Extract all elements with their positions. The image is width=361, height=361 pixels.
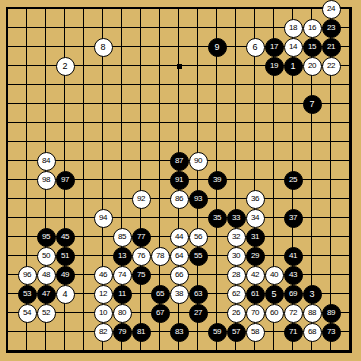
- stone-81[interactable]: 81: [132, 323, 151, 342]
- stone-37[interactable]: 37: [284, 209, 303, 228]
- stone-78[interactable]: 78: [151, 247, 170, 266]
- stone-9[interactable]: 9: [208, 38, 227, 57]
- stone-12[interactable]: 12: [94, 285, 113, 304]
- stone-27[interactable]: 27: [189, 304, 208, 323]
- stone-26[interactable]: 26: [227, 304, 246, 323]
- stone-14[interactable]: 14: [284, 38, 303, 57]
- stone-56[interactable]: 56: [189, 228, 208, 247]
- stone-71[interactable]: 71: [284, 323, 303, 342]
- stone-62[interactable]: 62: [227, 285, 246, 304]
- stone-22[interactable]: 22: [322, 57, 341, 76]
- stone-90[interactable]: 90: [189, 152, 208, 171]
- stone-94[interactable]: 94: [94, 209, 113, 228]
- stone-54[interactable]: 54: [18, 304, 37, 323]
- stone-55[interactable]: 55: [189, 247, 208, 266]
- stone-47[interactable]: 47: [37, 285, 56, 304]
- stone-67[interactable]: 67: [151, 304, 170, 323]
- stone-6[interactable]: 6: [246, 38, 265, 57]
- stone-32[interactable]: 32: [227, 228, 246, 247]
- stone-34[interactable]: 34: [246, 209, 265, 228]
- stone-17[interactable]: 17: [265, 38, 284, 57]
- stone-41[interactable]: 41: [284, 247, 303, 266]
- stone-63[interactable]: 63: [189, 285, 208, 304]
- stone-97[interactable]: 97: [56, 171, 75, 190]
- stone-84[interactable]: 84: [37, 152, 56, 171]
- stone-8[interactable]: 8: [94, 38, 113, 57]
- stone-53[interactable]: 53: [18, 285, 37, 304]
- stone-83[interactable]: 83: [170, 323, 189, 342]
- stone-30[interactable]: 30: [227, 247, 246, 266]
- stone-25[interactable]: 25: [284, 171, 303, 190]
- stone-79[interactable]: 79: [113, 323, 132, 342]
- stone-48[interactable]: 48: [37, 266, 56, 285]
- stone-35[interactable]: 35: [208, 209, 227, 228]
- stone-70[interactable]: 70: [246, 304, 265, 323]
- stone-4[interactable]: 4: [56, 285, 75, 304]
- stone-69[interactable]: 69: [284, 285, 303, 304]
- stone-23[interactable]: 23: [322, 19, 341, 38]
- stone-1[interactable]: 1: [284, 57, 303, 76]
- stone-38[interactable]: 38: [170, 285, 189, 304]
- stone-93[interactable]: 93: [189, 190, 208, 209]
- stone-59[interactable]: 59: [208, 323, 227, 342]
- stone-52[interactable]: 52: [37, 304, 56, 323]
- stone-46[interactable]: 46: [94, 266, 113, 285]
- stone-40[interactable]: 40: [265, 266, 284, 285]
- stone-49[interactable]: 49: [56, 266, 75, 285]
- stone-18[interactable]: 18: [284, 19, 303, 38]
- stone-75[interactable]: 75: [132, 266, 151, 285]
- stone-60[interactable]: 60: [265, 304, 284, 323]
- stone-28[interactable]: 28: [227, 266, 246, 285]
- stone-72[interactable]: 72: [284, 304, 303, 323]
- stone-20[interactable]: 20: [303, 57, 322, 76]
- stone-44[interactable]: 44: [170, 228, 189, 247]
- stone-42[interactable]: 42: [246, 266, 265, 285]
- stone-3[interactable]: 3: [303, 285, 322, 304]
- stone-11[interactable]: 11: [113, 285, 132, 304]
- stone-36[interactable]: 36: [246, 190, 265, 209]
- stone-65[interactable]: 65: [151, 285, 170, 304]
- stone-76[interactable]: 76: [132, 247, 151, 266]
- stone-51[interactable]: 51: [56, 247, 75, 266]
- stone-21[interactable]: 21: [322, 38, 341, 57]
- stone-50[interactable]: 50: [37, 247, 56, 266]
- stone-29[interactable]: 29: [246, 247, 265, 266]
- stone-58[interactable]: 58: [246, 323, 265, 342]
- stone-39[interactable]: 39: [208, 171, 227, 190]
- stone-91[interactable]: 91: [170, 171, 189, 190]
- stone-16[interactable]: 16: [303, 19, 322, 38]
- stone-74[interactable]: 74: [113, 266, 132, 285]
- stone-43[interactable]: 43: [284, 266, 303, 285]
- stone-45[interactable]: 45: [56, 228, 75, 247]
- stone-10[interactable]: 10: [94, 304, 113, 323]
- stone-89[interactable]: 89: [322, 304, 341, 323]
- stone-7[interactable]: 7: [303, 95, 322, 114]
- stone-95[interactable]: 95: [37, 228, 56, 247]
- stone-31[interactable]: 31: [246, 228, 265, 247]
- stone-73[interactable]: 73: [322, 323, 341, 342]
- stone-88[interactable]: 88: [303, 304, 322, 323]
- stone-66[interactable]: 66: [170, 266, 189, 285]
- stone-24[interactable]: 24: [322, 0, 341, 19]
- stone-2[interactable]: 2: [56, 57, 75, 76]
- stone-33[interactable]: 33: [227, 209, 246, 228]
- stone-77[interactable]: 77: [132, 228, 151, 247]
- stone-92[interactable]: 92: [132, 190, 151, 209]
- stone-98[interactable]: 98: [37, 171, 56, 190]
- stone-57[interactable]: 57: [227, 323, 246, 342]
- stone-82[interactable]: 82: [94, 323, 113, 342]
- stone-19[interactable]: 19: [265, 57, 284, 76]
- stone-86[interactable]: 86: [170, 190, 189, 209]
- stone-13[interactable]: 13: [113, 247, 132, 266]
- stone-87[interactable]: 87: [170, 152, 189, 171]
- go-board-diagram: 1234567891011121314151617181920212223242…: [0, 0, 361, 361]
- star-point: [177, 64, 182, 69]
- stone-68[interactable]: 68: [303, 323, 322, 342]
- stone-61[interactable]: 61: [246, 285, 265, 304]
- stone-85[interactable]: 85: [113, 228, 132, 247]
- stone-64[interactable]: 64: [170, 247, 189, 266]
- stone-80[interactable]: 80: [113, 304, 132, 323]
- stone-5[interactable]: 5: [265, 285, 284, 304]
- stone-96[interactable]: 96: [18, 266, 37, 285]
- stone-15[interactable]: 15: [303, 38, 322, 57]
